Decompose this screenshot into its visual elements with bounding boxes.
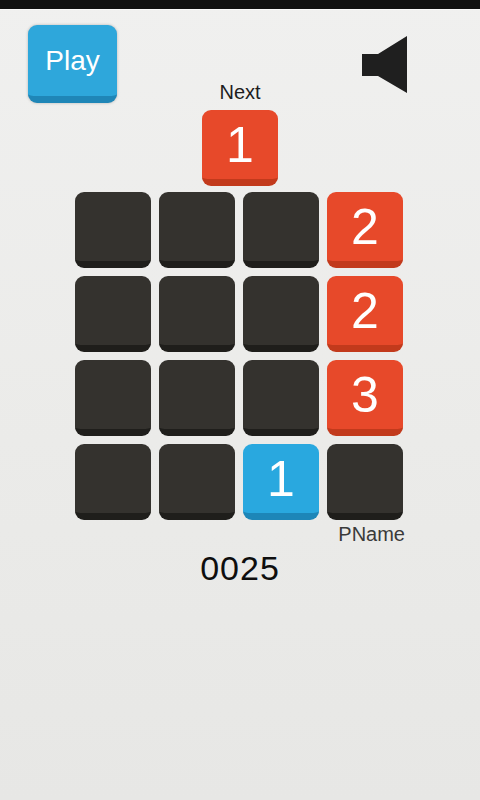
board-cell-r2c4[interactable]: 2: [327, 276, 403, 352]
next-tile: 1: [202, 110, 278, 186]
board-cell-r2c3[interactable]: [243, 276, 319, 352]
board-cell-r1c3[interactable]: [243, 192, 319, 268]
board-cell-r2c1[interactable]: [75, 276, 151, 352]
status-bar: [0, 0, 480, 10]
board-cell-r3c1[interactable]: [75, 360, 151, 436]
board-cell-r3c2[interactable]: [159, 360, 235, 436]
board-cell-r4c3[interactable]: 1: [243, 444, 319, 520]
board-cell-r1c4[interactable]: 2: [327, 192, 403, 268]
board: 2231: [75, 192, 403, 520]
board-cell-r3c3[interactable]: [243, 360, 319, 436]
board-cell-r2c2[interactable]: [159, 276, 235, 352]
board-cell-r4c2[interactable]: [159, 444, 235, 520]
board-cell-r4c4[interactable]: [327, 444, 403, 520]
board-cell-r1c2[interactable]: [159, 192, 235, 268]
board-cell-r1c1[interactable]: [75, 192, 151, 268]
board-cell-r3c4[interactable]: 3: [327, 360, 403, 436]
next-label: Next: [0, 81, 480, 104]
player-name-label: PName: [0, 523, 405, 546]
play-button-label: Play: [45, 45, 99, 77]
board-cell-r4c1[interactable]: [75, 444, 151, 520]
score-display: 0025: [0, 549, 480, 588]
app-screen: Play Next 1 2231 PName 0025: [0, 0, 480, 800]
